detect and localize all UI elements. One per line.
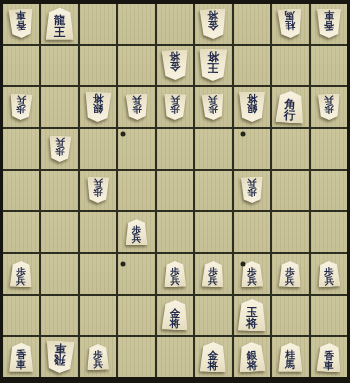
piece-face-lance: 香車 xyxy=(9,9,34,39)
square-r3-c6[interactable]: 歩兵 xyxy=(195,87,231,127)
square-r4-c2[interactable]: 歩兵 xyxy=(41,129,77,169)
piece-kanji: 歩 xyxy=(324,105,334,115)
square-r7-c4[interactable] xyxy=(118,254,154,294)
piece-kanji: 銀 xyxy=(247,104,258,115)
square-r8-c5[interactable]: 金将 xyxy=(157,296,193,336)
piece-kanji: 兵 xyxy=(17,95,27,105)
square-r5-c6[interactable] xyxy=(195,171,231,211)
square-r1-c4[interactable] xyxy=(118,4,154,44)
piece-kanji: 香 xyxy=(324,21,334,31)
square-r9-c2[interactable]: 飛車 xyxy=(41,337,77,377)
piece-gote-pawn[interactable]: 歩兵 xyxy=(318,94,340,120)
piece-face-lance: 香車 xyxy=(316,342,341,372)
piece-kanji: 香 xyxy=(16,20,26,31)
square-r1-c6[interactable]: 金将 xyxy=(195,4,231,44)
square-r9-c6[interactable]: 金将 xyxy=(195,337,231,377)
piece-kanji: 兵 xyxy=(208,276,218,286)
piece-sente-dragon[interactable]: 龍王 xyxy=(46,8,74,40)
piece-sente-lance[interactable]: 香車 xyxy=(9,343,33,372)
piece-kanji: 兵 xyxy=(132,234,142,244)
piece-face-king: 王将 xyxy=(199,49,227,81)
piece-kanji: 兵 xyxy=(93,359,103,369)
piece-sente-pawn[interactable]: 歩兵 xyxy=(87,344,109,370)
square-r5-c8[interactable] xyxy=(272,171,308,211)
square-r8-c4[interactable] xyxy=(118,296,154,336)
piece-kanji: 兵 xyxy=(247,276,257,286)
square-r4-c9[interactable] xyxy=(311,129,347,169)
piece-kanji: 兵 xyxy=(93,178,103,188)
piece-gote-silver[interactable]: 銀将 xyxy=(85,92,111,122)
piece-face-gold: 金将 xyxy=(200,342,226,372)
piece-gote-lance[interactable]: 香車 xyxy=(317,9,341,38)
square-r1-c1[interactable]: 香車 xyxy=(3,4,39,44)
square-r5-c3[interactable]: 歩兵 xyxy=(80,171,116,211)
square-r2-c7[interactable] xyxy=(234,46,270,86)
square-r7-c8[interactable]: 歩兵 xyxy=(272,254,308,294)
piece-face-pawn: 歩兵 xyxy=(125,94,148,121)
piece-face-pawn: 歩兵 xyxy=(87,177,109,203)
piece-gote-pawn[interactable]: 歩兵 xyxy=(241,177,263,203)
piece-kanji: 将 xyxy=(246,319,258,331)
piece-gote-pawn[interactable]: 歩兵 xyxy=(126,94,148,120)
piece-sente-gold[interactable]: 金将 xyxy=(200,342,226,372)
piece-face-pawn: 歩兵 xyxy=(10,94,33,121)
piece-face-lance: 香車 xyxy=(9,343,33,372)
piece-kanji: 兵 xyxy=(285,276,295,286)
piece-gote-king[interactable]: 王将 xyxy=(199,49,227,81)
square-r5-c9[interactable] xyxy=(311,171,347,211)
square-r2-c3[interactable] xyxy=(80,46,116,86)
square-r3-c1[interactable]: 歩兵 xyxy=(3,87,39,127)
star-point xyxy=(241,132,246,137)
piece-face-gold: 金将 xyxy=(162,300,189,331)
piece-kanji: 馬 xyxy=(285,360,295,370)
piece-kanji: 兵 xyxy=(131,95,141,105)
piece-face-pawn: 歩兵 xyxy=(318,94,340,120)
piece-face-pawn: 歩兵 xyxy=(164,261,186,287)
square-r5-c4[interactable] xyxy=(118,171,154,211)
piece-face-lance: 香車 xyxy=(317,9,341,38)
piece-kanji: 歩 xyxy=(55,146,65,156)
square-r1-c3[interactable] xyxy=(80,4,116,44)
piece-sente-pawn[interactable]: 歩兵 xyxy=(279,261,301,287)
piece-face-dragon: 龍王 xyxy=(46,8,74,40)
piece-kanji: 兵 xyxy=(55,137,65,147)
piece-gote-gold[interactable]: 金将 xyxy=(200,9,226,39)
shogi-board: 香車龍王金将桂馬香車金将王将歩兵銀将歩兵歩兵歩兵銀将角行歩兵歩兵歩兵歩兵歩兵歩兵… xyxy=(3,4,347,377)
square-r9-c7[interactable]: 銀将 xyxy=(234,337,270,377)
square-r3-c5[interactable]: 歩兵 xyxy=(157,87,193,127)
piece-kanji: 将 xyxy=(208,50,220,62)
piece-kanji: 将 xyxy=(247,93,258,104)
piece-face-silver: 銀将 xyxy=(238,342,265,373)
square-r7-c3[interactable] xyxy=(80,254,116,294)
piece-gote-silver[interactable]: 銀将 xyxy=(239,92,265,122)
square-r3-c3[interactable]: 銀将 xyxy=(80,87,116,127)
square-r2-c1[interactable] xyxy=(3,46,39,86)
piece-kanji: 王 xyxy=(208,62,220,74)
piece-kanji: 将 xyxy=(93,93,104,104)
piece-kanji: 兵 xyxy=(170,276,180,286)
square-r8-c7[interactable]: 玉将 xyxy=(234,296,270,336)
piece-sente-gold[interactable]: 金将 xyxy=(162,300,188,330)
square-r6-c2[interactable] xyxy=(41,212,77,252)
piece-kanji: 兵 xyxy=(208,95,218,105)
piece-sente-pawn[interactable]: 歩兵 xyxy=(164,261,186,287)
square-r4-c5[interactable] xyxy=(157,129,193,169)
square-r5-c5[interactable] xyxy=(157,171,193,211)
piece-face-pawn: 歩兵 xyxy=(164,94,186,120)
piece-kanji: 車 xyxy=(323,360,333,371)
piece-sente-pawn[interactable]: 歩兵 xyxy=(126,219,148,245)
square-r9-c9[interactable]: 香車 xyxy=(311,337,347,377)
piece-sente-lance[interactable]: 香車 xyxy=(317,343,341,372)
piece-face-rook: 飛車 xyxy=(45,341,74,374)
square-r2-c9[interactable] xyxy=(311,46,347,86)
piece-kanji: 将 xyxy=(208,360,219,371)
piece-kanji: 歩 xyxy=(16,105,26,115)
piece-kanji: 歩 xyxy=(93,188,103,198)
piece-kanji: 金 xyxy=(170,62,181,73)
piece-kanji: 歩 xyxy=(132,105,142,115)
square-r2-c4[interactable] xyxy=(118,46,154,86)
square-r7-c7[interactable]: 歩兵 xyxy=(234,254,270,294)
square-r9-c8[interactable]: 桂馬 xyxy=(272,337,308,377)
piece-face-pawn: 歩兵 xyxy=(241,177,263,203)
square-r9-c5[interactable] xyxy=(157,337,193,377)
square-r4-c1[interactable] xyxy=(3,129,39,169)
piece-kanji: 車 xyxy=(16,360,26,370)
piece-face-knight: 桂馬 xyxy=(278,343,302,372)
piece-kanji: 兵 xyxy=(247,178,257,188)
square-r9-c3[interactable]: 歩兵 xyxy=(80,337,116,377)
square-r5-c1[interactable] xyxy=(3,171,39,211)
piece-kanji: 将 xyxy=(169,319,180,330)
piece-sente-pawn[interactable]: 歩兵 xyxy=(202,261,224,287)
piece-face-pawn: 歩兵 xyxy=(126,219,148,245)
square-r1-c8[interactable]: 桂馬 xyxy=(272,4,308,44)
piece-sente-pawn[interactable]: 歩兵 xyxy=(10,261,32,287)
piece-sente-pawn[interactable]: 歩兵 xyxy=(318,261,340,287)
piece-kanji: 車 xyxy=(16,10,26,21)
square-r7-c9[interactable]: 歩兵 xyxy=(311,254,347,294)
piece-kanji: 金 xyxy=(208,20,219,31)
square-r8-c3[interactable] xyxy=(80,296,116,336)
piece-face-pawn: 歩兵 xyxy=(87,344,109,370)
piece-kanji: 車 xyxy=(324,10,334,20)
square-r6-c9[interactable] xyxy=(311,212,347,252)
piece-sente-silver[interactable]: 銀将 xyxy=(239,342,265,372)
piece-kanji: 馬 xyxy=(285,10,295,21)
square-r1-c5[interactable] xyxy=(157,4,193,44)
square-r3-c8[interactable]: 角行 xyxy=(272,87,308,127)
square-r6-c4[interactable]: 歩兵 xyxy=(118,212,154,252)
piece-face-pawn: 歩兵 xyxy=(279,261,301,287)
square-r8-c2[interactable] xyxy=(41,296,77,336)
square-r8-c6[interactable] xyxy=(195,296,231,336)
piece-face-pawn: 歩兵 xyxy=(317,260,340,287)
square-r6-c3[interactable] xyxy=(80,212,116,252)
piece-face-knight: 桂馬 xyxy=(278,9,303,39)
piece-kanji: 歩 xyxy=(170,105,180,115)
square-r2-c2[interactable] xyxy=(41,46,77,86)
piece-kanji: 桂 xyxy=(285,20,295,31)
piece-gote-pawn[interactable]: 歩兵 xyxy=(10,94,32,120)
board-frame: 香車龍王金将桂馬香車金将王将歩兵銀将歩兵歩兵歩兵銀将角行歩兵歩兵歩兵歩兵歩兵歩兵… xyxy=(0,0,350,383)
piece-face-pawn: 歩兵 xyxy=(48,135,71,162)
piece-kanji: 歩 xyxy=(209,105,219,115)
square-r8-c9[interactable] xyxy=(311,296,347,336)
square-r7-c5[interactable]: 歩兵 xyxy=(157,254,193,294)
piece-kanji: 王 xyxy=(54,27,66,39)
square-r1-c2[interactable]: 龍王 xyxy=(41,4,77,44)
piece-gote-pawn[interactable]: 歩兵 xyxy=(164,94,186,120)
piece-face-gold: 金将 xyxy=(162,50,189,81)
piece-gote-pawn[interactable]: 歩兵 xyxy=(202,94,224,120)
piece-kanji: 兵 xyxy=(16,276,26,286)
square-r2-c8[interactable] xyxy=(272,46,308,86)
square-r6-c1[interactable] xyxy=(3,212,39,252)
square-r5-c7[interactable]: 歩兵 xyxy=(234,171,270,211)
piece-kanji: 兵 xyxy=(170,95,180,105)
square-r8-c8[interactable] xyxy=(272,296,308,336)
piece-gote-pawn[interactable]: 歩兵 xyxy=(87,177,109,203)
piece-face-pawn: 歩兵 xyxy=(202,260,225,287)
square-r7-c6[interactable]: 歩兵 xyxy=(195,254,231,294)
square-r6-c8[interactable] xyxy=(272,212,308,252)
star-point xyxy=(121,262,126,267)
square-r3-c9[interactable]: 歩兵 xyxy=(311,87,347,127)
square-r4-c8[interactable] xyxy=(272,129,308,169)
square-r3-c2[interactable] xyxy=(41,87,77,127)
square-r1-c9[interactable]: 香車 xyxy=(311,4,347,44)
piece-face-pawn: 歩兵 xyxy=(202,94,225,121)
square-r5-c2[interactable] xyxy=(41,171,77,211)
piece-face-pawn: 歩兵 xyxy=(10,261,32,287)
piece-gote-pawn[interactable]: 歩兵 xyxy=(49,136,71,162)
piece-kanji: 歩 xyxy=(247,188,257,198)
piece-sente-king[interactable]: 玉将 xyxy=(238,299,266,331)
square-r6-c7[interactable] xyxy=(234,212,270,252)
piece-kanji: 行 xyxy=(284,110,296,122)
square-r9-c4[interactable] xyxy=(118,337,154,377)
shogi-board-photo: 香車龍王金将桂馬香車金将王将歩兵銀将歩兵歩兵歩兵銀将角行歩兵歩兵歩兵歩兵歩兵歩兵… xyxy=(0,0,350,383)
piece-kanji: 車 xyxy=(54,342,66,354)
piece-face-silver: 銀将 xyxy=(85,92,112,123)
square-r7-c1[interactable]: 歩兵 xyxy=(3,254,39,294)
square-r6-c5[interactable] xyxy=(157,212,193,252)
piece-kanji: 将 xyxy=(208,10,219,21)
piece-face-bishop: 角行 xyxy=(276,91,305,124)
piece-gote-lance[interactable]: 香車 xyxy=(9,9,33,38)
square-r4-c6[interactable] xyxy=(195,129,231,169)
star-point xyxy=(121,132,126,137)
square-r7-c2[interactable] xyxy=(41,254,77,294)
square-r1-c7[interactable] xyxy=(234,4,270,44)
square-r2-c5[interactable]: 金将 xyxy=(157,46,193,86)
square-r9-c1[interactable]: 香車 xyxy=(3,337,39,377)
piece-kanji: 兵 xyxy=(324,95,334,105)
piece-face-silver: 銀将 xyxy=(239,92,265,122)
square-r3-c7[interactable]: 銀将 xyxy=(234,87,270,127)
square-r3-c4[interactable]: 歩兵 xyxy=(118,87,154,127)
piece-kanji: 将 xyxy=(247,360,258,371)
square-r4-c3[interactable] xyxy=(80,129,116,169)
piece-kanji: 銀 xyxy=(93,104,104,115)
piece-gote-rook[interactable]: 飛車 xyxy=(46,341,74,373)
square-r2-c6[interactable]: 王将 xyxy=(195,46,231,86)
piece-kanji: 兵 xyxy=(324,276,334,286)
piece-face-gold: 金将 xyxy=(200,8,227,39)
square-r4-c7[interactable] xyxy=(234,129,270,169)
piece-kanji: 将 xyxy=(169,51,180,62)
square-r6-c6[interactable] xyxy=(195,212,231,252)
piece-sente-knight[interactable]: 桂馬 xyxy=(278,343,302,372)
piece-sente-bishop[interactable]: 角行 xyxy=(276,91,304,123)
piece-gote-knight[interactable]: 桂馬 xyxy=(278,9,302,38)
square-r8-c1[interactable] xyxy=(3,296,39,336)
piece-gote-gold[interactable]: 金将 xyxy=(162,50,188,80)
piece-face-king: 玉将 xyxy=(238,299,266,331)
star-point xyxy=(241,262,246,267)
